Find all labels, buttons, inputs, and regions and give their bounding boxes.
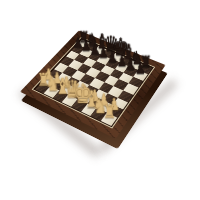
square-c7[interactable]: ♟ <box>88 52 102 62</box>
black-bishop[interactable]: ♝ <box>95 32 103 52</box>
square-d6[interactable] <box>91 61 105 71</box>
white-knight[interactable]: ♞ <box>93 95 102 116</box>
square-e5[interactable] <box>95 71 109 82</box>
square-e8[interactable]: ♚ <box>111 53 125 63</box>
black-pawn[interactable]: ♟ <box>89 43 97 57</box>
square-c5[interactable] <box>77 64 91 74</box>
product-photo: ♜♞♝♛♚♝♞♜♟♟♟♟♟♟♟♟♟♟♟♟♟♟♟♟♜♞♝♛♚♝♞♜ <box>0 0 200 200</box>
square-g8[interactable]: ♞ <box>129 60 143 70</box>
square-b7[interactable]: ♟ <box>80 48 94 57</box>
square-g7[interactable]: ♟ <box>124 66 138 76</box>
chessboard: ♜♞♝♛♚♝♞♜♟♟♟♟♟♟♟♟♟♟♟♟♟♟♟♟♜♞♝♛♚♝♞♜ <box>20 30 166 138</box>
square-b6[interactable] <box>74 54 88 64</box>
square-d8[interactable]: ♛ <box>102 49 116 59</box>
white-queen[interactable]: ♛ <box>64 78 73 102</box>
white-king[interactable]: ♚ <box>73 80 82 107</box>
black-bishop[interactable]: ♝ <box>121 42 129 62</box>
black-queen[interactable]: ♛ <box>103 34 111 56</box>
square-a5[interactable] <box>60 56 74 66</box>
square-b8[interactable]: ♞ <box>85 42 99 51</box>
square-e7[interactable]: ♟ <box>106 59 120 69</box>
square-f8[interactable]: ♝ <box>120 56 134 66</box>
black-pawn[interactable]: ♟ <box>135 62 143 77</box>
square-d7[interactable]: ♟ <box>97 55 111 65</box>
black-king[interactable]: ♚ <box>112 35 120 59</box>
black-knight[interactable]: ♞ <box>86 31 94 49</box>
square-d5[interactable] <box>86 68 100 78</box>
square-f7[interactable]: ♟ <box>115 63 129 73</box>
black-pawn[interactable]: ♟ <box>72 37 80 51</box>
white-bishop[interactable]: ♝ <box>55 76 64 98</box>
black-knight[interactable]: ♞ <box>130 48 138 67</box>
white-rook[interactable]: ♜ <box>37 72 46 89</box>
black-pawn[interactable]: ♟ <box>98 47 106 61</box>
square-a7[interactable]: ♟ <box>71 45 85 54</box>
black-pawn[interactable]: ♟ <box>81 40 89 54</box>
square-h8[interactable]: ♜ <box>138 64 152 74</box>
square-e6[interactable] <box>100 65 114 75</box>
black-pawn[interactable]: ♟ <box>107 51 115 66</box>
scene: ♜♞♝♛♚♝♞♜♟♟♟♟♟♟♟♟♟♟♟♟♟♟♟♟♜♞♝♛♚♝♞♜ <box>0 0 200 200</box>
square-c6[interactable] <box>83 58 97 68</box>
white-bishop[interactable]: ♝ <box>83 89 92 112</box>
square-b5[interactable] <box>68 60 82 70</box>
square-a8[interactable]: ♜ <box>77 39 90 48</box>
white-rook[interactable]: ♜ <box>103 102 112 121</box>
black-rook[interactable]: ♜ <box>140 54 148 71</box>
square-h1[interactable]: ♜ <box>101 113 117 126</box>
black-rook[interactable]: ♜ <box>78 29 86 45</box>
square-a6[interactable] <box>66 50 80 60</box>
black-pawn[interactable]: ♟ <box>125 58 133 73</box>
black-pawn[interactable]: ♟ <box>116 54 124 69</box>
square-f6[interactable] <box>109 69 123 79</box>
board-frame: ♜♞♝♛♚♝♞♜♟♟♟♟♟♟♟♟♟♟♟♟♟♟♟♟♜♞♝♛♚♝♞♜ <box>20 30 166 138</box>
white-knight[interactable]: ♞ <box>46 74 55 94</box>
square-c8[interactable]: ♝ <box>93 46 107 55</box>
